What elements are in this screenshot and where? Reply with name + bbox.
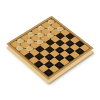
product-photo: ⛀⛀⛀⛀⛀⛀⛀⛀⛀⛀⛀⛀⛂⛂⛂⛂⛂⛂⛂⛂⛂⛂⛂⛂: [0, 0, 100, 100]
checkers-board: ⛀⛀⛀⛀⛀⛀⛀⛀⛀⛀⛀⛀⛂⛂⛂⛂⛂⛂⛂⛂⛂⛂⛂⛂: [6, 16, 94, 80]
board-tilt-wrapper: ⛀⛀⛀⛀⛀⛀⛀⛀⛀⛀⛀⛀⛂⛂⛂⛂⛂⛂⛂⛂⛂⛂⛂⛂: [0, 0, 100, 100]
board-grid: ⛀⛀⛀⛀⛀⛀⛀⛀⛀⛀⛀⛀⛂⛂⛂⛂⛂⛂⛂⛂⛂⛂⛂⛂: [10, 19, 89, 77]
